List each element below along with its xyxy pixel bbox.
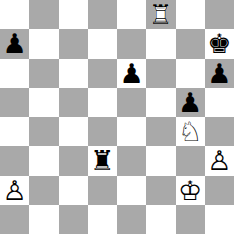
- square-h8[interactable]: [205, 0, 234, 29]
- white-king[interactable]: ♚♔: [176, 176, 205, 205]
- square-c3[interactable]: [59, 146, 88, 175]
- square-d3[interactable]: ♜: [88, 146, 117, 175]
- square-a1[interactable]: [0, 205, 29, 234]
- square-d2[interactable]: [88, 176, 117, 205]
- square-d4[interactable]: [88, 117, 117, 146]
- square-h1[interactable]: [205, 205, 234, 234]
- square-a7[interactable]: ♟: [0, 29, 29, 58]
- square-a8[interactable]: [0, 0, 29, 29]
- square-g5[interactable]: ♟: [176, 88, 205, 117]
- square-b6[interactable]: [29, 59, 58, 88]
- white-pawn[interactable]: ♟♙: [205, 146, 234, 175]
- square-a4[interactable]: [0, 117, 29, 146]
- white-pawn[interactable]: ♟♙: [0, 176, 29, 205]
- square-e2[interactable]: [117, 176, 146, 205]
- black-pawn[interactable]: ♟: [117, 59, 146, 88]
- square-g7[interactable]: [176, 29, 205, 58]
- square-d6[interactable]: [88, 59, 117, 88]
- square-g3[interactable]: [176, 146, 205, 175]
- square-e1[interactable]: [117, 205, 146, 234]
- square-h2[interactable]: [205, 176, 234, 205]
- black-pawn[interactable]: ♟: [0, 29, 29, 58]
- square-b3[interactable]: [29, 146, 58, 175]
- square-d7[interactable]: [88, 29, 117, 58]
- square-e3[interactable]: [117, 146, 146, 175]
- square-c4[interactable]: [59, 117, 88, 146]
- square-g4[interactable]: ♞♘: [176, 117, 205, 146]
- black-rook[interactable]: ♜: [88, 146, 117, 175]
- square-h5[interactable]: [205, 88, 234, 117]
- square-c1[interactable]: [59, 205, 88, 234]
- square-g2[interactable]: ♚♔: [176, 176, 205, 205]
- black-pawn[interactable]: ♟: [205, 59, 234, 88]
- square-h3[interactable]: ♟♙: [205, 146, 234, 175]
- square-e4[interactable]: [117, 117, 146, 146]
- black-pawn[interactable]: ♟: [176, 88, 205, 117]
- square-h6[interactable]: ♟: [205, 59, 234, 88]
- square-d1[interactable]: [88, 205, 117, 234]
- square-d8[interactable]: [88, 0, 117, 29]
- square-g8[interactable]: [176, 0, 205, 29]
- square-e5[interactable]: [117, 88, 146, 117]
- white-knight[interactable]: ♞♘: [176, 117, 205, 146]
- square-f8[interactable]: ♜♖: [146, 0, 175, 29]
- chess-board: ♜♖♟♚♟♟♟♞♘♜♟♙♟♙♚♔: [0, 0, 234, 234]
- square-c8[interactable]: [59, 0, 88, 29]
- square-h4[interactable]: [205, 117, 234, 146]
- square-e7[interactable]: [117, 29, 146, 58]
- square-c6[interactable]: [59, 59, 88, 88]
- square-b4[interactable]: [29, 117, 58, 146]
- square-f6[interactable]: [146, 59, 175, 88]
- black-king[interactable]: ♚: [205, 29, 234, 58]
- square-h7[interactable]: ♚: [205, 29, 234, 58]
- square-e6[interactable]: ♟: [117, 59, 146, 88]
- square-f3[interactable]: [146, 146, 175, 175]
- square-b7[interactable]: [29, 29, 58, 58]
- square-c7[interactable]: [59, 29, 88, 58]
- square-d5[interactable]: [88, 88, 117, 117]
- square-c5[interactable]: [59, 88, 88, 117]
- square-g6[interactable]: [176, 59, 205, 88]
- square-c2[interactable]: [59, 176, 88, 205]
- square-b5[interactable]: [29, 88, 58, 117]
- square-f7[interactable]: [146, 29, 175, 58]
- square-f4[interactable]: [146, 117, 175, 146]
- square-f5[interactable]: [146, 88, 175, 117]
- square-f2[interactable]: [146, 176, 175, 205]
- square-b1[interactable]: [29, 205, 58, 234]
- square-a3[interactable]: [0, 146, 29, 175]
- square-g1[interactable]: [176, 205, 205, 234]
- square-a6[interactable]: [0, 59, 29, 88]
- square-b8[interactable]: [29, 0, 58, 29]
- square-b2[interactable]: [29, 176, 58, 205]
- square-a2[interactable]: ♟♙: [0, 176, 29, 205]
- square-f1[interactable]: [146, 205, 175, 234]
- square-e8[interactable]: [117, 0, 146, 29]
- white-rook[interactable]: ♜♖: [146, 0, 175, 29]
- square-a5[interactable]: [0, 88, 29, 117]
